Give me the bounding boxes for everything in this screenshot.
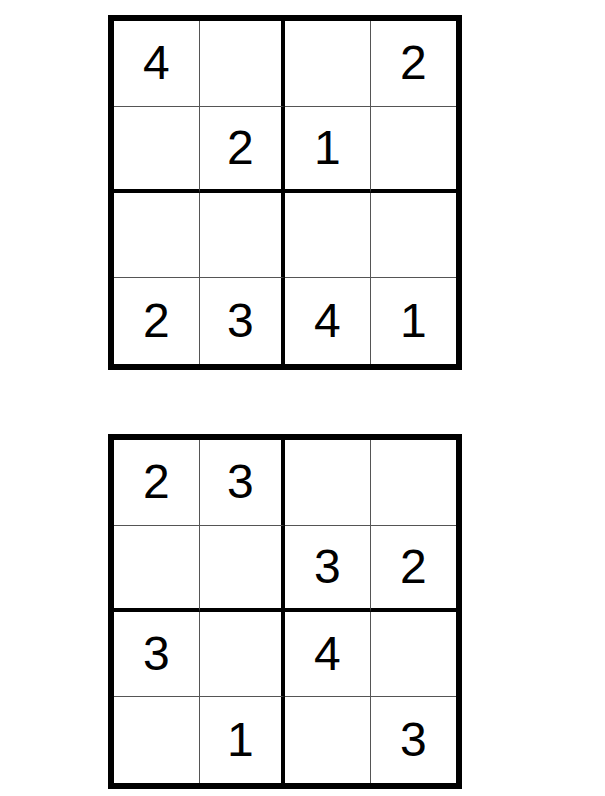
cell-top-r3c1[interactable] <box>114 193 200 279</box>
cell-top-r4c1[interactable]: 2 <box>114 278 200 364</box>
cell-bottom-r1c3[interactable] <box>285 440 371 526</box>
cell-top-r3c2[interactable] <box>200 193 286 279</box>
cell-bottom-r2c2[interactable] <box>200 526 286 612</box>
cell-bottom-r4c3[interactable] <box>285 697 371 783</box>
cell-bottom-r2c3[interactable]: 3 <box>285 526 371 612</box>
cell-top-r2c4[interactable] <box>371 107 457 193</box>
cell-top-r2c3[interactable]: 1 <box>285 107 371 193</box>
cell-bottom-r4c2[interactable]: 1 <box>200 697 286 783</box>
cell-bottom-r3c4[interactable] <box>371 612 457 698</box>
cell-top-r4c3[interactable]: 4 <box>285 278 371 364</box>
cell-top-r3c4[interactable] <box>371 193 457 279</box>
cell-bottom-r3c1[interactable]: 3 <box>114 612 200 698</box>
cell-top-r2c1[interactable] <box>114 107 200 193</box>
cell-top-r4c2[interactable]: 3 <box>200 278 286 364</box>
cell-top-r1c2[interactable] <box>200 21 286 107</box>
cell-top-r1c1[interactable]: 4 <box>114 21 200 107</box>
sudoku-board-top: 42212341 <box>108 15 462 370</box>
cell-top-r4c4[interactable]: 1 <box>371 278 457 364</box>
cell-bottom-r3c2[interactable] <box>200 612 286 698</box>
cell-bottom-r2c1[interactable] <box>114 526 200 612</box>
cell-bottom-r1c1[interactable]: 2 <box>114 440 200 526</box>
cell-bottom-r3c3[interactable]: 4 <box>285 612 371 698</box>
cell-bottom-r1c2[interactable]: 3 <box>200 440 286 526</box>
cell-bottom-r4c4[interactable]: 3 <box>371 697 457 783</box>
cell-top-r2c2[interactable]: 2 <box>200 107 286 193</box>
page: 42212341 23323413 <box>0 0 605 796</box>
cell-bottom-r2c4[interactable]: 2 <box>371 526 457 612</box>
cell-top-r1c4[interactable]: 2 <box>371 21 457 107</box>
cell-bottom-r4c1[interactable] <box>114 697 200 783</box>
sudoku-board-bottom: 23323413 <box>108 434 462 789</box>
cell-top-r3c3[interactable] <box>285 193 371 279</box>
cell-bottom-r1c4[interactable] <box>371 440 457 526</box>
cell-top-r1c3[interactable] <box>285 21 371 107</box>
